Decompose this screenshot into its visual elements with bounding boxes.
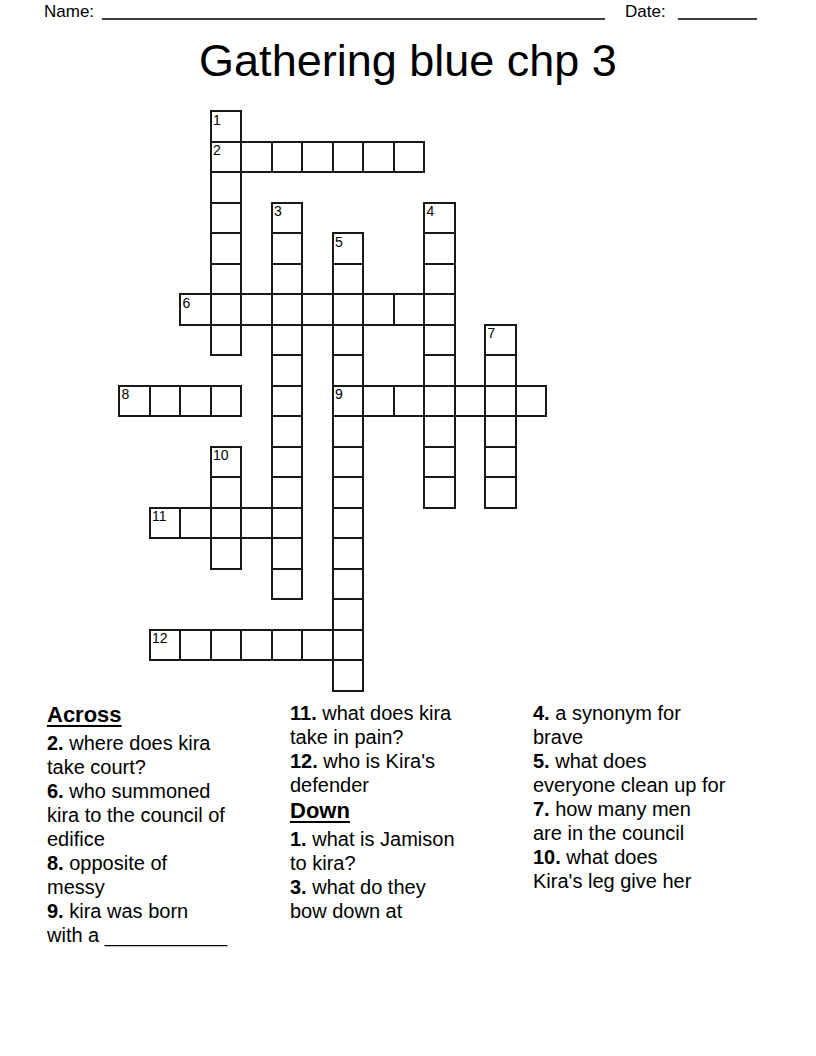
grid-cell[interactable] — [332, 598, 365, 631]
clue-heading-down: Down — [290, 797, 527, 824]
grid-cell[interactable] — [423, 354, 456, 387]
grid-cell[interactable] — [210, 171, 243, 204]
grid-cell[interactable] — [332, 446, 365, 479]
grid-cell[interactable] — [332, 385, 365, 418]
clue-10: 10. what does Kira's leg give her — [533, 845, 763, 893]
grid-cell[interactable] — [484, 476, 517, 509]
grid-cell[interactable] — [271, 202, 304, 235]
grid-cell[interactable] — [271, 232, 304, 265]
grid-cell[interactable] — [423, 476, 456, 509]
grid-cell[interactable] — [332, 415, 365, 448]
grid-cell[interactable] — [454, 385, 487, 418]
grid-cell[interactable] — [271, 446, 304, 479]
grid-cell[interactable] — [332, 232, 365, 265]
grid-cell[interactable] — [240, 629, 273, 662]
clue-text: how many men are in the council — [533, 798, 691, 844]
grid-cell[interactable] — [271, 415, 304, 448]
clue-9: 9. kira was born with a ___________ — [47, 899, 284, 947]
grid-cell[interactable] — [210, 293, 243, 326]
grid-cell[interactable] — [332, 293, 365, 326]
grid-cell[interactable] — [332, 354, 365, 387]
clue-text: what does everyone clean up for — [533, 750, 725, 796]
clue-11: 11. what does kira take in pain? — [290, 701, 527, 749]
grid-cell[interactable] — [484, 324, 517, 357]
clue-text: what is Jamison to kira? — [290, 828, 455, 874]
grid-cell[interactable] — [393, 293, 426, 326]
clue-text: a synonym for brave — [533, 702, 681, 748]
grid-cell[interactable] — [332, 568, 365, 601]
grid-cell[interactable] — [332, 324, 365, 357]
grid-cell[interactable] — [149, 507, 182, 540]
clue-8: 8. opposite of messy — [47, 851, 284, 899]
grid-cell[interactable] — [301, 293, 334, 326]
date-line[interactable] — [678, 18, 757, 20]
grid-cell[interactable] — [210, 629, 243, 662]
grid-cell[interactable] — [423, 202, 456, 235]
grid-cell[interactable] — [210, 263, 243, 296]
clue-label: 2. — [47, 732, 64, 754]
name-line[interactable] — [102, 18, 605, 20]
grid-cell[interactable] — [179, 385, 212, 418]
clue-label: 6. — [47, 780, 64, 802]
grid-cell[interactable] — [210, 507, 243, 540]
grid-cell[interactable] — [271, 476, 304, 509]
grid-cell[interactable] — [271, 507, 304, 540]
grid-cell[interactable] — [271, 263, 304, 296]
clue-heading-across: Across — [47, 701, 284, 728]
grid-cell[interactable] — [210, 446, 243, 479]
grid-cell[interactable] — [210, 324, 243, 357]
grid-cell[interactable] — [271, 629, 304, 662]
page-title: Gathering blue chp 3 — [0, 34, 816, 88]
grid-cell[interactable] — [210, 537, 243, 570]
date-label: Date: — [625, 2, 666, 22]
grid-cell[interactable] — [149, 629, 182, 662]
name-label: Name: — [44, 2, 94, 22]
grid-cell[interactable] — [332, 507, 365, 540]
grid-cell[interactable] — [362, 385, 395, 418]
grid-cell[interactable] — [423, 324, 456, 357]
grid-cell[interactable] — [484, 385, 517, 418]
grid-cell[interactable] — [240, 141, 273, 174]
grid-cell[interactable] — [393, 141, 426, 174]
clue-7: 7. how many men are in the council — [533, 797, 763, 845]
grid-cell[interactable] — [332, 629, 365, 662]
clue-3: 3. what do they bow down at — [290, 875, 527, 923]
grid-cell[interactable] — [362, 293, 395, 326]
grid-cell[interactable] — [484, 354, 517, 387]
clue-label: 8. — [47, 852, 64, 874]
clue-1: 1. what is Jamison to kira? — [290, 827, 527, 875]
clue-text: where does kira take court? — [47, 732, 210, 778]
clue-label: 7. — [533, 798, 550, 820]
clue-label: 10. — [533, 846, 561, 868]
grid-cell[interactable] — [423, 385, 456, 418]
clues-column-1: Across2. where does kira take court?6. w… — [47, 701, 284, 947]
grid-cell[interactable] — [332, 141, 365, 174]
grid-cell[interactable] — [118, 385, 151, 418]
grid-cell[interactable] — [271, 324, 304, 357]
clues-column-3: 4. a synonym for brave5. what does every… — [533, 701, 763, 893]
clue-label: 1. — [290, 828, 307, 850]
grid-cell[interactable] — [332, 263, 365, 296]
clue-5: 5. what does everyone clean up for — [533, 749, 763, 797]
clue-label: 11. — [290, 702, 317, 724]
grid-cell[interactable] — [271, 354, 304, 387]
grid-cell[interactable] — [423, 415, 456, 448]
clue-label: 12. — [290, 750, 318, 772]
clue-label: 9. — [47, 900, 64, 922]
grid-cell[interactable] — [210, 202, 243, 235]
grid-cell[interactable] — [240, 507, 273, 540]
grid-cell[interactable] — [210, 232, 243, 265]
grid-cell[interactable] — [332, 476, 365, 509]
grid-cell[interactable] — [484, 415, 517, 448]
grid-cell[interactable] — [515, 385, 548, 418]
grid-cell[interactable] — [332, 659, 365, 692]
grid-cell[interactable] — [423, 232, 456, 265]
clue-text: opposite of messy — [47, 852, 167, 898]
clue-6: 6. who summoned kira to the council of e… — [47, 779, 284, 851]
grid-cell[interactable] — [179, 293, 212, 326]
grid-cell[interactable] — [210, 110, 243, 143]
grid-cell[interactable] — [210, 385, 243, 418]
grid-cell[interactable] — [271, 537, 304, 570]
clue-text: who summoned kira to the council of edif… — [47, 780, 225, 850]
grid-cell[interactable] — [271, 141, 304, 174]
grid-cell[interactable] — [301, 629, 334, 662]
grid-cell[interactable] — [423, 293, 456, 326]
clue-label: 5. — [533, 750, 550, 772]
clue-text: kira was born with a ___________ — [47, 900, 227, 946]
grid-cell[interactable] — [332, 537, 365, 570]
grid-cell[interactable] — [362, 141, 395, 174]
clue-text: what do they bow down at — [290, 876, 426, 922]
worksheet-page: Name: Date: Gathering blue chp 3 1234567… — [0, 0, 816, 1056]
grid-cell[interactable] — [484, 446, 517, 479]
grid-cell[interactable] — [271, 385, 304, 418]
clue-4: 4. a synonym for brave — [533, 701, 763, 749]
grid-cell[interactable] — [149, 385, 182, 418]
clues-column-2: 11. what does kira take in pain?12. who … — [290, 701, 527, 923]
grid-cell[interactable] — [393, 385, 426, 418]
grid-cell[interactable] — [210, 476, 243, 509]
grid-cell[interactable] — [301, 141, 334, 174]
grid-cell[interactable] — [423, 446, 456, 479]
clue-label: 3. — [290, 876, 307, 898]
clue-label: 4. — [533, 702, 550, 724]
grid-cell[interactable] — [423, 263, 456, 296]
grid-cell[interactable] — [179, 507, 212, 540]
clue-2: 2. where does kira take court? — [47, 731, 284, 779]
grid-cell[interactable] — [179, 629, 212, 662]
grid-cell[interactable] — [271, 293, 304, 326]
grid-cell[interactable] — [271, 568, 304, 601]
grid-cell[interactable] — [240, 293, 273, 326]
grid-cell[interactable] — [210, 141, 243, 174]
clue-12: 12. who is Kira's defender — [290, 749, 527, 797]
